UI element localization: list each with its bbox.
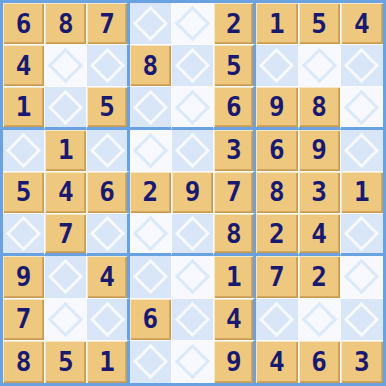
cell-r7c7: 7 [256,256,298,298]
diamond-icon [89,216,124,251]
cell-r7c5[interactable] [172,256,214,298]
diamond-icon [48,89,83,124]
cell-r5c8: 3 [299,172,341,214]
diamond-icon [175,6,210,41]
cell-r3c5[interactable] [172,87,214,129]
cell-r2c9[interactable] [341,45,383,87]
given-digit: 4 [226,306,242,332]
given-digit: 8 [16,349,32,375]
given-digit: 2 [311,264,327,290]
cell-r9c1: 8 [3,341,45,383]
given-digit: 7 [99,11,115,37]
diamond-icon [175,301,210,336]
cell-r6c4[interactable] [130,214,172,256]
diamond-icon [175,89,210,124]
cell-r4c9[interactable] [341,130,383,172]
cell-r1c5[interactable] [172,3,214,45]
given-digit: 1 [226,264,242,290]
cell-r4c3[interactable] [87,130,129,172]
cell-r4c2: 1 [45,130,87,172]
cell-r2c4: 8 [130,45,172,87]
given-digit: 1 [269,11,285,37]
diamond-icon [344,259,379,294]
sudoku-board: 6872154485156981369546297831782494172764… [0,0,386,386]
cell-r5c1: 5 [3,172,45,214]
given-digit: 2 [269,221,285,247]
diamond-icon [6,133,41,168]
cell-r4c6: 3 [214,130,256,172]
cell-r9c7: 4 [256,341,298,383]
cell-r8c3[interactable] [87,299,129,341]
given-digit: 4 [269,349,285,375]
given-digit: 5 [226,53,242,79]
cell-r2c5[interactable] [172,45,214,87]
cell-r3c3: 5 [87,87,129,129]
given-digit: 8 [142,53,158,79]
given-digit: 1 [58,137,74,163]
cell-r1c3: 7 [87,3,129,45]
cell-r8c5[interactable] [172,299,214,341]
cell-r4c7: 6 [256,130,298,172]
cell-r8c7[interactable] [256,299,298,341]
given-digit: 9 [226,349,242,375]
given-digit: 9 [185,179,201,205]
cell-r5c6: 7 [214,172,256,214]
diamond-icon [175,344,210,379]
given-digit: 4 [99,264,115,290]
cell-r6c5[interactable] [172,214,214,256]
diamond-icon [259,301,294,336]
cell-r2c2[interactable] [45,45,87,87]
diamond-icon [301,48,336,83]
given-digit: 4 [311,221,327,247]
diamond-icon [344,133,379,168]
cell-r7c1: 9 [3,256,45,298]
cell-r3c6: 6 [214,87,256,129]
cell-r9c4[interactable] [130,341,172,383]
given-digit: 7 [226,179,242,205]
diamond-icon [175,259,210,294]
diamond-icon [133,216,168,251]
given-digit: 7 [16,306,32,332]
cell-r5c3: 6 [87,172,129,214]
diamond-icon [6,216,41,251]
given-digit: 1 [99,349,115,375]
diamond-icon [48,301,83,336]
cell-r8c2[interactable] [45,299,87,341]
cell-r1c9: 4 [341,3,383,45]
cell-r6c3[interactable] [87,214,129,256]
given-digit: 3 [354,349,370,375]
cell-r4c8: 9 [299,130,341,172]
diamond-icon [344,216,379,251]
given-digit: 4 [354,11,370,37]
cell-r6c8: 4 [299,214,341,256]
cell-r7c8: 2 [299,256,341,298]
cell-r9c9: 3 [341,341,383,383]
cell-r2c3[interactable] [87,45,129,87]
given-digit: 6 [311,349,327,375]
diamond-icon [133,6,168,41]
cell-r3c2[interactable] [45,87,87,129]
cell-r8c9[interactable] [341,299,383,341]
given-digit: 6 [269,137,285,163]
diamond-icon [175,216,210,251]
cell-r1c7: 1 [256,3,298,45]
cell-r6c2: 7 [45,214,87,256]
cell-r6c6: 8 [214,214,256,256]
given-digit: 3 [311,179,327,205]
given-digit: 4 [16,53,32,79]
diamond-icon [175,48,210,83]
cell-r5c5: 9 [172,172,214,214]
cell-r1c8: 5 [299,3,341,45]
given-digit: 5 [311,11,327,37]
given-digit: 8 [269,179,285,205]
cell-r6c7: 2 [256,214,298,256]
diamond-icon [301,301,336,336]
given-digit: 6 [142,306,158,332]
cell-r9c2: 5 [45,341,87,383]
given-digit: 3 [226,137,242,163]
given-digit: 9 [311,137,327,163]
cell-r4c5[interactable] [172,130,214,172]
cell-r6c1[interactable] [3,214,45,256]
given-digit: 8 [226,221,242,247]
given-digit: 2 [226,11,242,37]
given-digit: 7 [269,264,285,290]
cell-r1c2: 8 [45,3,87,45]
cell-r6c9[interactable] [341,214,383,256]
cell-r2c1: 4 [3,45,45,87]
given-digit: 5 [16,179,32,205]
given-digit: 8 [58,11,74,37]
cell-r8c8[interactable] [299,299,341,341]
given-digit: 1 [354,179,370,205]
given-digit: 1 [16,94,32,120]
given-digit: 2 [142,179,158,205]
cell-r3c7: 9 [256,87,298,129]
diamond-icon [89,133,124,168]
cell-r2c6: 5 [214,45,256,87]
cell-r5c7: 8 [256,172,298,214]
given-digit: 5 [99,94,115,120]
given-digit: 8 [311,94,327,120]
cell-r5c2: 4 [45,172,87,214]
cell-r3c8: 8 [299,87,341,129]
diamond-icon [48,259,83,294]
given-digit: 9 [269,94,285,120]
given-digit: 6 [99,179,115,205]
diamond-icon [89,48,124,83]
cell-r3c9[interactable] [341,87,383,129]
cell-r9c3: 1 [87,341,129,383]
diamond-icon [133,259,168,294]
given-digit: 6 [16,11,32,37]
diamond-icon [133,89,168,124]
given-digit: 6 [226,94,242,120]
cell-r8c1: 7 [3,299,45,341]
given-digit: 9 [16,264,32,290]
cell-r1c4[interactable] [130,3,172,45]
cell-r5c4: 2 [130,172,172,214]
cell-r7c3: 4 [87,256,129,298]
cell-r4c1[interactable] [3,130,45,172]
cell-r1c6: 2 [214,3,256,45]
cell-r9c6: 9 [214,341,256,383]
diamond-icon [133,133,168,168]
diamond-icon [344,89,379,124]
cell-r7c2[interactable] [45,256,87,298]
cell-r4c4[interactable] [130,130,172,172]
diamond-icon [344,301,379,336]
given-digit: 4 [58,179,74,205]
given-digit: 5 [58,349,74,375]
given-digit: 7 [58,221,74,247]
cell-r1c1: 6 [3,3,45,45]
diamond-icon [89,301,124,336]
cell-r3c4[interactable] [130,87,172,129]
cell-r7c4[interactable] [130,256,172,298]
cell-r2c8[interactable] [299,45,341,87]
cell-r8c4: 6 [130,299,172,341]
diamond-icon [344,48,379,83]
cell-r5c9: 1 [341,172,383,214]
diamond-icon [133,344,168,379]
cell-r2c7[interactable] [256,45,298,87]
cell-r9c8: 6 [299,341,341,383]
diamond-icon [48,48,83,83]
cell-r7c9[interactable] [341,256,383,298]
cell-r9c5[interactable] [172,341,214,383]
diamond-icon [259,48,294,83]
cell-r3c1: 1 [3,87,45,129]
diamond-icon [175,133,210,168]
cell-r7c6: 1 [214,256,256,298]
cell-r8c6: 4 [214,299,256,341]
